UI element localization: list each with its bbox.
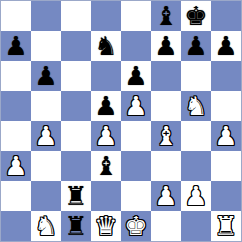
piece-black-king[interactable]: ♚ [184, 1, 207, 31]
piece-white-knight[interactable]: ♞ [34, 211, 57, 241]
square-a3[interactable]: ♟ [1, 151, 31, 181]
square-f1[interactable] [151, 211, 181, 241]
piece-white-pawn[interactable]: ♟ [124, 91, 147, 121]
square-f7[interactable]: ♟ [151, 31, 181, 61]
square-b1[interactable]: ♞ [31, 211, 61, 241]
piece-white-rook[interactable]: ♜ [214, 211, 237, 241]
square-d3[interactable]: ♝ [91, 151, 121, 181]
square-g5[interactable]: ♞ [181, 91, 211, 121]
square-h8[interactable] [211, 1, 241, 31]
square-e4[interactable] [121, 121, 151, 151]
square-c4[interactable] [61, 121, 91, 151]
square-f6[interactable] [151, 61, 181, 91]
square-a2[interactable] [1, 181, 31, 211]
square-d4[interactable]: ♟ [91, 121, 121, 151]
piece-black-pawn[interactable]: ♟ [154, 31, 177, 61]
piece-black-rook[interactable]: ♜ [64, 211, 87, 241]
piece-white-pawn[interactable]: ♟ [34, 121, 57, 151]
piece-black-bishop[interactable]: ♝ [154, 1, 177, 31]
square-h7[interactable]: ♟ [211, 31, 241, 61]
square-f4[interactable]: ♝ [151, 121, 181, 151]
square-c2[interactable]: ♜ [61, 181, 91, 211]
square-c8[interactable] [61, 1, 91, 31]
square-g6[interactable] [181, 61, 211, 91]
square-c7[interactable] [61, 31, 91, 61]
square-h4[interactable]: ♟ [211, 121, 241, 151]
square-d1[interactable]: ♛ [91, 211, 121, 241]
piece-black-bishop[interactable]: ♝ [94, 151, 117, 181]
square-h2[interactable] [211, 181, 241, 211]
piece-black-pawn[interactable]: ♟ [124, 61, 147, 91]
piece-white-pawn[interactable]: ♟ [184, 181, 207, 211]
square-a6[interactable] [1, 61, 31, 91]
piece-white-queen[interactable]: ♛ [94, 211, 117, 241]
square-d8[interactable] [91, 1, 121, 31]
piece-black-rook[interactable]: ♜ [64, 181, 87, 211]
square-b8[interactable] [31, 1, 61, 31]
piece-black-pawn[interactable]: ♟ [184, 31, 207, 61]
piece-white-pawn[interactable]: ♟ [154, 181, 177, 211]
square-d6[interactable] [91, 61, 121, 91]
square-e3[interactable] [121, 151, 151, 181]
square-f8[interactable]: ♝ [151, 1, 181, 31]
square-b3[interactable] [31, 151, 61, 181]
square-e1[interactable]: ♚ [121, 211, 151, 241]
square-f3[interactable] [151, 151, 181, 181]
square-b5[interactable] [31, 91, 61, 121]
square-e7[interactable] [121, 31, 151, 61]
square-e6[interactable]: ♟ [121, 61, 151, 91]
square-c6[interactable] [61, 61, 91, 91]
piece-black-pawn[interactable]: ♟ [4, 31, 27, 61]
square-b4[interactable]: ♟ [31, 121, 61, 151]
square-d2[interactable] [91, 181, 121, 211]
square-f2[interactable]: ♟ [151, 181, 181, 211]
square-g8[interactable]: ♚ [181, 1, 211, 31]
piece-white-pawn[interactable]: ♟ [214, 121, 237, 151]
square-g1[interactable] [181, 211, 211, 241]
piece-black-pawn[interactable]: ♟ [214, 31, 237, 61]
chess-board: ♝♚♟♞♟♟♟♟♟♟♟♞♟♟♝♟♟♝♜♟♟♞♜♛♚♜ [0, 0, 242, 242]
square-h3[interactable] [211, 151, 241, 181]
square-h1[interactable]: ♜ [211, 211, 241, 241]
square-d7[interactable]: ♞ [91, 31, 121, 61]
square-c5[interactable] [61, 91, 91, 121]
square-a8[interactable] [1, 1, 31, 31]
piece-black-knight[interactable]: ♞ [94, 31, 117, 61]
square-b2[interactable] [31, 181, 61, 211]
piece-black-pawn[interactable]: ♟ [34, 61, 57, 91]
square-g2[interactable]: ♟ [181, 181, 211, 211]
square-g7[interactable]: ♟ [181, 31, 211, 61]
square-e8[interactable] [121, 1, 151, 31]
square-a7[interactable]: ♟ [1, 31, 31, 61]
square-h6[interactable] [211, 61, 241, 91]
square-e5[interactable]: ♟ [121, 91, 151, 121]
piece-black-pawn[interactable]: ♟ [94, 91, 117, 121]
piece-white-bishop[interactable]: ♝ [154, 121, 177, 151]
piece-white-pawn[interactable]: ♟ [94, 121, 117, 151]
piece-white-pawn[interactable]: ♟ [4, 151, 27, 181]
square-a1[interactable] [1, 211, 31, 241]
square-a5[interactable] [1, 91, 31, 121]
square-f5[interactable] [151, 91, 181, 121]
square-h5[interactable] [211, 91, 241, 121]
piece-white-king[interactable]: ♚ [124, 211, 147, 241]
square-g3[interactable] [181, 151, 211, 181]
square-b7[interactable] [31, 31, 61, 61]
square-c3[interactable] [61, 151, 91, 181]
square-d5[interactable]: ♟ [91, 91, 121, 121]
square-c1[interactable]: ♜ [61, 211, 91, 241]
square-g4[interactable] [181, 121, 211, 151]
square-a4[interactable] [1, 121, 31, 151]
piece-white-knight[interactable]: ♞ [184, 91, 207, 121]
square-e2[interactable] [121, 181, 151, 211]
square-b6[interactable]: ♟ [31, 61, 61, 91]
